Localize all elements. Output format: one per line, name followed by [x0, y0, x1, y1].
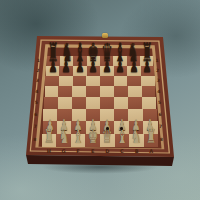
square-e4[interactable]	[86, 97, 100, 109]
square-g5[interactable]	[58, 86, 72, 97]
board-row-rank-5	[45, 86, 156, 97]
square-g6[interactable]	[59, 76, 73, 87]
rank-label-right-3: 3	[157, 79, 160, 84]
rank-label-left-6: 6	[34, 113, 37, 118]
black-pawn-d7[interactable]: ♟	[102, 57, 111, 75]
rank-label-left-7: 7	[34, 125, 37, 130]
rank-label-right-5: 5	[158, 101, 161, 106]
board-row-rank-6	[45, 76, 154, 87]
black-pawn-g7[interactable]: ♟	[62, 57, 71, 75]
black-pawn-b7[interactable]: ♟	[129, 57, 138, 75]
rank-label-right-7: 7	[159, 125, 162, 130]
square-f5[interactable]	[72, 86, 86, 97]
rank-label-left-3: 3	[36, 79, 39, 84]
square-d6[interactable]	[100, 76, 114, 87]
white-rook-a1[interactable]: ♜	[146, 127, 156, 146]
file-label-bottom-h: H	[47, 149, 51, 154]
dark-finial-d1	[106, 127, 109, 130]
rank-label-right-6: 6	[159, 113, 162, 118]
black-pawn-h7[interactable]: ♟	[48, 57, 57, 75]
file-label-bottom-d: D	[105, 149, 109, 154]
white-king-e1[interactable]: ♚	[88, 127, 98, 146]
file-label-bottom-c: C	[120, 149, 124, 154]
rank-label-left-8: 8	[33, 138, 36, 143]
black-pawn-a7[interactable]: ♟	[143, 57, 152, 75]
square-d4[interactable]	[100, 97, 114, 109]
rank-label-left-2: 2	[36, 68, 39, 73]
white-rook-h1[interactable]: ♜	[44, 127, 54, 146]
rank-label-right-8: 8	[160, 138, 163, 143]
white-knight-b1[interactable]: ♞	[131, 127, 141, 146]
rank-label-left-1: 1	[37, 58, 40, 63]
square-b4[interactable]	[128, 97, 142, 109]
black-pawn-c7[interactable]: ♟	[116, 57, 125, 75]
file-label-bottom-g: G	[61, 149, 65, 154]
black-pawn-e7[interactable]: ♟	[89, 57, 98, 75]
square-h5[interactable]	[45, 86, 59, 97]
square-e6[interactable]	[86, 76, 100, 87]
white-knight-g1[interactable]: ♞	[59, 127, 69, 146]
rank-label-right-2: 2	[156, 68, 159, 73]
board-row-rank-4	[44, 97, 156, 109]
square-b6[interactable]	[127, 76, 141, 87]
file-label-bottom-e: E	[91, 149, 94, 154]
square-b5[interactable]	[128, 86, 142, 97]
file-label-bottom-f: F	[76, 149, 79, 154]
square-g4[interactable]	[58, 97, 72, 109]
photo-scene: HGFEDCBAABCDEFGH1234567812345678 ♜♞♝♚♛♝♞…	[0, 0, 200, 200]
square-h4[interactable]	[44, 97, 58, 109]
square-h6[interactable]	[45, 76, 59, 87]
rank-label-left-4: 4	[35, 90, 38, 95]
white-bishop-f1[interactable]: ♝	[73, 127, 83, 146]
square-c4[interactable]	[114, 97, 128, 109]
square-a6[interactable]	[141, 76, 155, 87]
square-c5[interactable]	[114, 86, 128, 97]
rank-label-right-1: 1	[156, 58, 159, 63]
square-c6[interactable]	[114, 76, 128, 87]
rank-label-left-5: 5	[35, 101, 38, 106]
black-pawn-f7[interactable]: ♟	[75, 57, 84, 75]
file-label-bottom-a: A	[149, 149, 153, 154]
square-d5[interactable]	[100, 86, 114, 97]
square-f6[interactable]	[73, 76, 87, 87]
file-label-bottom-b: B	[135, 149, 139, 154]
square-e5[interactable]	[86, 86, 100, 97]
square-f4[interactable]	[72, 97, 86, 109]
square-a4[interactable]	[142, 97, 156, 109]
rank-label-right-4: 4	[157, 90, 160, 95]
square-a5[interactable]	[142, 86, 156, 97]
